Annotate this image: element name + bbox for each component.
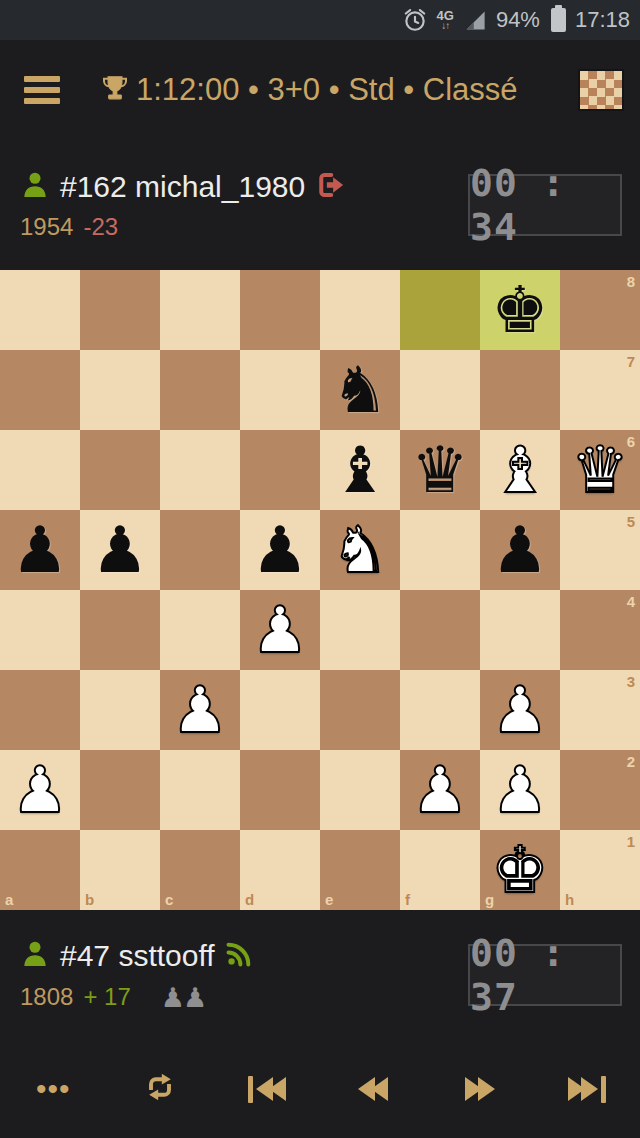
square-a6[interactable] — [0, 430, 80, 510]
square-d7[interactable] — [240, 350, 320, 430]
piece-black-pawn[interactable]: ♟ — [240, 510, 320, 590]
square-h4[interactable]: 4 — [560, 590, 640, 670]
square-b5[interactable]: ♟ — [80, 510, 160, 590]
bottom-player-clock: 00 : 37 — [468, 944, 622, 1006]
top-player-user-icon — [20, 169, 50, 205]
square-f2[interactable]: ♟ — [400, 750, 480, 830]
square-c8[interactable] — [160, 270, 240, 350]
fast-forward-triangle-icon — [581, 1077, 598, 1101]
coord-file-f: f — [405, 892, 410, 907]
coord-rank-8: 8 — [627, 274, 635, 289]
square-h8[interactable]: 8 — [560, 270, 640, 350]
square-a3[interactable] — [0, 670, 80, 750]
back-triangle-icon — [371, 1077, 388, 1101]
piece-white-pawn[interactable]: ♟ — [480, 670, 560, 750]
square-g3[interactable]: ♟ — [480, 670, 560, 750]
square-e1[interactable]: e — [320, 830, 400, 910]
coord-rank-1: 1 — [627, 834, 635, 849]
square-g2[interactable]: ♟ — [480, 750, 560, 830]
square-a7[interactable] — [0, 350, 80, 430]
coord-rank-3: 3 — [627, 674, 635, 689]
square-b3[interactable] — [80, 670, 160, 750]
flip-board-icon — [142, 1069, 178, 1109]
go-backward-button[interactable] — [345, 1061, 401, 1117]
piece-white-knight[interactable]: ♞ — [320, 510, 400, 590]
coord-rank-5: 5 — [627, 514, 635, 529]
piece-white-pawn[interactable]: ♟ — [160, 670, 240, 750]
square-d8[interactable] — [240, 270, 320, 350]
coord-rank-7: 7 — [627, 354, 635, 369]
last-move-bar-icon — [601, 1076, 606, 1103]
square-b2[interactable] — [80, 750, 160, 830]
square-e4[interactable] — [320, 590, 400, 670]
square-c4[interactable] — [160, 590, 240, 670]
square-h6[interactable]: ♛6 — [560, 430, 640, 510]
flip-board-button[interactable] — [132, 1061, 188, 1117]
square-f7[interactable] — [400, 350, 480, 430]
coord-file-g: g — [485, 892, 494, 907]
square-d1[interactable]: d — [240, 830, 320, 910]
game-header-title: 1:12:00 • 3+0 • Std • Classé — [136, 72, 518, 108]
piece-white-bishop[interactable]: ♝ — [480, 430, 560, 510]
square-c6[interactable] — [160, 430, 240, 510]
status-time-label: 17:18 — [575, 7, 630, 33]
square-c3[interactable]: ♟ — [160, 670, 240, 750]
square-e7[interactable]: ♞ — [320, 350, 400, 430]
square-g7[interactable] — [480, 350, 560, 430]
square-e8[interactable] — [320, 270, 400, 350]
square-e6[interactable]: ♝ — [320, 430, 400, 510]
first-move-bar-icon — [248, 1076, 253, 1103]
square-f3[interactable] — [400, 670, 480, 750]
square-g6[interactable]: ♝ — [480, 430, 560, 510]
piece-black-pawn[interactable]: ♟ — [480, 510, 560, 590]
battery-percent-label: 94% — [496, 7, 540, 33]
square-e3[interactable] — [320, 670, 400, 750]
bottom-player-user-icon — [20, 938, 50, 974]
square-h5[interactable]: 5 — [560, 510, 640, 590]
rss-online-icon — [225, 940, 253, 972]
square-h7[interactable]: 7 — [560, 350, 640, 430]
square-a8[interactable] — [0, 270, 80, 350]
captured-pieces-tray: ♟♟ — [161, 982, 205, 1013]
piece-black-pawn[interactable]: ♟ — [80, 510, 160, 590]
square-g5[interactable]: ♟ — [480, 510, 560, 590]
square-c2[interactable] — [160, 750, 240, 830]
square-c1[interactable]: c — [160, 830, 240, 910]
square-c7[interactable] — [160, 350, 240, 430]
square-b4[interactable] — [80, 590, 160, 670]
square-f6[interactable]: ♛ — [400, 430, 480, 510]
square-a5[interactable]: ♟ — [0, 510, 80, 590]
bottom-player-info[interactable]: #47 ssttooff 1808 + 17 ♟♟ — [20, 938, 253, 1013]
bottom-player-rating-diff: + 17 — [83, 983, 130, 1011]
square-h2[interactable]: 2 — [560, 750, 640, 830]
square-d6[interactable] — [240, 430, 320, 510]
square-e2[interactable] — [320, 750, 400, 830]
go-forward-button[interactable] — [452, 1061, 508, 1117]
coord-file-h: h — [565, 892, 574, 907]
battery-icon — [551, 8, 566, 32]
piece-white-pawn[interactable]: ♟ — [240, 590, 320, 670]
square-d3[interactable] — [240, 670, 320, 750]
coord-rank-4: 4 — [627, 594, 635, 609]
piece-black-knight[interactable]: ♞ — [320, 350, 400, 430]
bottom-player-block: #47 ssttooff 1808 + 17 ♟♟ 00 : 37 — [0, 910, 640, 1040]
go-to-first-move-button[interactable] — [239, 1061, 295, 1117]
square-f5[interactable] — [400, 510, 480, 590]
top-player-block: #162 michal_1980 1954 -23 00 : 34 — [0, 140, 640, 270]
alarm-clock-icon — [402, 7, 428, 33]
piece-black-pawn[interactable]: ♟ — [0, 510, 80, 590]
square-g1[interactable]: ♚g — [480, 830, 560, 910]
coord-file-a: a — [5, 892, 13, 907]
square-h3[interactable]: 3 — [560, 670, 640, 750]
bottom-player-name[interactable]: #47 ssttooff — [60, 939, 215, 973]
top-player-clock: 00 : 34 — [468, 174, 622, 236]
rewind-triangle-icon — [269, 1077, 286, 1101]
piece-white-pawn[interactable]: ♟ — [0, 750, 80, 830]
square-a2[interactable]: ♟ — [0, 750, 80, 830]
square-a4[interactable] — [0, 590, 80, 670]
piece-black-queen[interactable]: ♛ — [400, 430, 480, 510]
square-d2[interactable] — [240, 750, 320, 830]
top-player-name[interactable]: #162 michal_1980 — [60, 170, 305, 204]
more-dots-icon: ••• — [36, 1074, 71, 1104]
square-c5[interactable] — [160, 510, 240, 590]
bottom-player-rating: 1808 — [20, 983, 73, 1011]
go-to-last-move-button[interactable] — [559, 1061, 615, 1117]
square-b8[interactable] — [80, 270, 160, 350]
leave-game-icon — [315, 170, 345, 204]
signal-strength-icon — [463, 8, 487, 32]
bottom-toolbar: ••• — [0, 1040, 640, 1138]
square-d5[interactable]: ♟ — [240, 510, 320, 590]
top-player-info[interactable]: #162 michal_1980 1954 -23 — [20, 169, 345, 241]
square-b6[interactable] — [80, 430, 160, 510]
coord-rank-2: 2 — [627, 754, 635, 769]
more-menu-button[interactable]: ••• — [25, 1061, 81, 1117]
status-bar: 4G ↓↑ 94% 17:18 — [0, 0, 640, 40]
coord-file-c: c — [165, 892, 173, 907]
square-a1[interactable]: a — [0, 830, 80, 910]
network-type-indicator: 4G ↓↑ — [437, 9, 454, 31]
coord-file-b: b — [85, 892, 94, 907]
game-info-header: 1:12:00 • 3+0 • Std • Classé — [100, 72, 518, 108]
square-g8[interactable]: ♚ — [480, 270, 560, 350]
forward-triangle-icon — [478, 1077, 495, 1101]
trophy-icon — [100, 72, 130, 108]
top-player-rating: 1954 — [20, 213, 73, 241]
piece-white-pawn[interactable]: ♟ — [480, 750, 560, 830]
square-b1[interactable]: b — [80, 830, 160, 910]
app-header: 1:12:00 • 3+0 • Std • Classé — [0, 40, 640, 140]
chess-board[interactable]: ♚8♞7♝♛♝♛6♟♟♟♞♟5♟4♟♟3♟♟♟2abcdef♚g1h — [0, 270, 640, 910]
chess-app: 4G ↓↑ 94% 17:18 — [0, 0, 640, 1138]
piece-white-pawn[interactable]: ♟ — [400, 750, 480, 830]
square-d4[interactable]: ♟ — [240, 590, 320, 670]
coord-file-e: e — [325, 892, 333, 907]
square-e5[interactable]: ♞ — [320, 510, 400, 590]
square-b7[interactable] — [80, 350, 160, 430]
coord-rank-6: 6 — [627, 434, 635, 449]
hamburger-menu-icon[interactable] — [24, 76, 60, 104]
mini-board-icon[interactable] — [578, 69, 624, 111]
piece-black-king[interactable]: ♚ — [480, 270, 560, 350]
piece-black-bishop[interactable]: ♝ — [320, 430, 400, 510]
square-h1[interactable]: 1h — [560, 830, 640, 910]
square-g4[interactable] — [480, 590, 560, 670]
square-f1[interactable]: f — [400, 830, 480, 910]
square-f8[interactable] — [400, 270, 480, 350]
top-player-rating-diff: -23 — [83, 213, 118, 241]
network-arrows-icon: ↓↑ — [441, 21, 449, 31]
square-f4[interactable] — [400, 590, 480, 670]
coord-file-d: d — [245, 892, 254, 907]
